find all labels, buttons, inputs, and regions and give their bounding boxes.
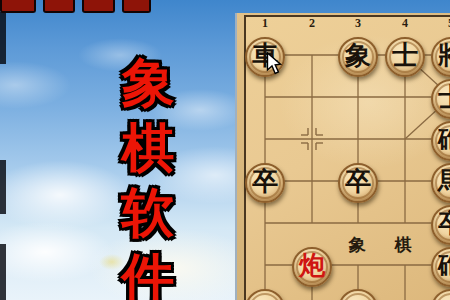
banner-char: 象 <box>122 50 175 115</box>
photo-edge-shadow <box>0 160 6 214</box>
piece-卒-c3r4[interactable]: 卒 <box>338 163 378 203</box>
piece-卒-c1r4[interactable]: 卒 <box>245 163 285 203</box>
piece-glyph: 砲 <box>438 253 450 279</box>
photo-edge-shadow <box>0 244 6 300</box>
cropped-text-block <box>43 0 75 13</box>
piece-glyph: 炮 <box>299 253 325 279</box>
piece-glyph: 卒 <box>252 169 278 195</box>
piece-炮-c2r6[interactable]: 炮 <box>292 247 332 287</box>
piece-glyph: 砲 <box>438 127 450 153</box>
piece-glyph: 士 <box>438 85 450 111</box>
piece-glyph: 士 <box>392 43 418 69</box>
river-char: 棋 <box>394 233 412 257</box>
piece-glyph: 卒 <box>345 169 371 195</box>
cropped-text-strip <box>0 0 151 13</box>
piece-象-c3r1[interactable]: 象 <box>338 37 378 77</box>
screenshot-stage: 象 棋 软 件 12345 象棋 車象士將士砲卒卒馬卒炮砲 <box>0 0 450 300</box>
mouse-cursor-icon <box>266 52 283 76</box>
piece-glyph: 馬 <box>438 169 450 195</box>
cropped-text-block <box>122 0 151 13</box>
piece-glyph: 卒 <box>438 211 450 237</box>
banner-title-vertical: 象 棋 软 件 <box>114 50 182 300</box>
photo-edge-shadow <box>0 12 6 64</box>
piece-glyph: 象 <box>345 43 371 69</box>
banner-char: 件 <box>122 245 175 300</box>
river-char: 象 <box>348 233 366 257</box>
banner-char: 软 <box>122 180 175 245</box>
cropped-text-block <box>0 0 36 13</box>
banner-char: 棋 <box>122 115 175 180</box>
piece-士-c4r1[interactable]: 士 <box>385 37 425 77</box>
piece-glyph: 將 <box>438 43 450 69</box>
cropped-text-block <box>82 0 115 13</box>
